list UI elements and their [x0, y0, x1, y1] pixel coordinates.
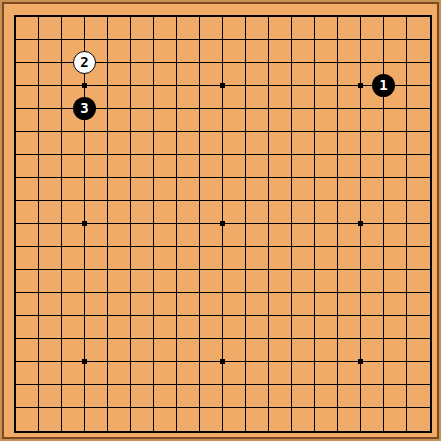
- grid-cell: [223, 178, 246, 201]
- grid-cell: [200, 385, 223, 408]
- grid-cell: [16, 178, 39, 201]
- grid-cell: [177, 408, 200, 431]
- grid-cell: [338, 155, 361, 178]
- star-point: [82, 221, 87, 226]
- grid-cell: [131, 132, 154, 155]
- grid-cell: [338, 316, 361, 339]
- grid-cell: [62, 385, 85, 408]
- grid-cell: [269, 362, 292, 385]
- grid-cell: [39, 408, 62, 431]
- grid-cell: [292, 224, 315, 247]
- grid-cell: [246, 63, 269, 86]
- grid-cell: [338, 362, 361, 385]
- stone-black-1: 1: [372, 74, 395, 97]
- grid-cell: [131, 201, 154, 224]
- grid-cell: [154, 201, 177, 224]
- grid-cell: [269, 316, 292, 339]
- grid-cell: [39, 316, 62, 339]
- grid-cell: [39, 40, 62, 63]
- grid-cell: [361, 17, 384, 40]
- grid-cell: [62, 247, 85, 270]
- grid-cell: [16, 408, 39, 431]
- grid-cell: [16, 316, 39, 339]
- grid-cell: [200, 316, 223, 339]
- grid-cell: [177, 40, 200, 63]
- star-point: [220, 83, 225, 88]
- grid-cell: [108, 247, 131, 270]
- star-point: [358, 221, 363, 226]
- grid-cell: [407, 17, 430, 40]
- grid-cell: [16, 270, 39, 293]
- grid-cell: [108, 109, 131, 132]
- grid-cell: [223, 109, 246, 132]
- grid-cell: [62, 178, 85, 201]
- grid-cell: [361, 293, 384, 316]
- grid-cell: [315, 270, 338, 293]
- grid-cell: [338, 109, 361, 132]
- grid-cell: [246, 316, 269, 339]
- grid-cell: [361, 316, 384, 339]
- grid-cell: [292, 178, 315, 201]
- grid-cell: [384, 339, 407, 362]
- grid-cell: [16, 155, 39, 178]
- grid-cell: [246, 132, 269, 155]
- grid-cell: [407, 178, 430, 201]
- grid-cell: [39, 86, 62, 109]
- grid-cell: [384, 362, 407, 385]
- grid-cell: [407, 63, 430, 86]
- grid-cell: [269, 385, 292, 408]
- grid-cell: [154, 247, 177, 270]
- grid-cell: [338, 178, 361, 201]
- grid-cell: [154, 63, 177, 86]
- grid-cell: [338, 247, 361, 270]
- grid-cell: [361, 155, 384, 178]
- grid-cell: [16, 362, 39, 385]
- grid-cell: [16, 201, 39, 224]
- grid-cell: [16, 132, 39, 155]
- grid-cell: [62, 224, 85, 247]
- grid-cell: [131, 247, 154, 270]
- star-point: [82, 359, 87, 364]
- grid-cell: [407, 362, 430, 385]
- grid-cell: [223, 339, 246, 362]
- grid-cell: [177, 132, 200, 155]
- grid-cell: [361, 270, 384, 293]
- grid-cell: [131, 224, 154, 247]
- grid-cell: [246, 270, 269, 293]
- grid-cell: [131, 17, 154, 40]
- grid-cell: [246, 247, 269, 270]
- grid-cell: [177, 316, 200, 339]
- grid-cell: [384, 293, 407, 316]
- grid-cell: [246, 40, 269, 63]
- grid-cell: [407, 155, 430, 178]
- grid-cell: [39, 132, 62, 155]
- grid-cell: [131, 385, 154, 408]
- grid-cell: [85, 362, 108, 385]
- grid-cell: [200, 132, 223, 155]
- grid-cell: [85, 155, 108, 178]
- grid-cell: [407, 109, 430, 132]
- grid-cell: [384, 132, 407, 155]
- grid-cell: [108, 63, 131, 86]
- grid-cell: [85, 270, 108, 293]
- grid-cell: [223, 316, 246, 339]
- grid-cell: [223, 40, 246, 63]
- grid-cell: [39, 270, 62, 293]
- grid-cell: [269, 132, 292, 155]
- grid-cell: [269, 63, 292, 86]
- grid-cell: [338, 86, 361, 109]
- grid-cell: [39, 201, 62, 224]
- grid-cell: [131, 63, 154, 86]
- stone-white-2: 2: [73, 51, 96, 74]
- grid-cell: [177, 339, 200, 362]
- grid-cell: [62, 408, 85, 431]
- grid-cell: [223, 270, 246, 293]
- grid-cell: [177, 109, 200, 132]
- grid-cell: [246, 293, 269, 316]
- grid-cell: [39, 178, 62, 201]
- grid-cell: [269, 155, 292, 178]
- grid-cell: [384, 316, 407, 339]
- grid-cell: [131, 339, 154, 362]
- grid-cell: [315, 316, 338, 339]
- grid-cell: [246, 224, 269, 247]
- grid-cell: [177, 293, 200, 316]
- grid-cell: [361, 247, 384, 270]
- star-point: [220, 359, 225, 364]
- grid-cell: [177, 155, 200, 178]
- grid-cell: [154, 293, 177, 316]
- grid-cell: [384, 270, 407, 293]
- grid-cell: [315, 408, 338, 431]
- grid-cell: [246, 201, 269, 224]
- grid-cell: [85, 224, 108, 247]
- grid-cell: [269, 17, 292, 40]
- grid-cell: [384, 201, 407, 224]
- grid-cell: [269, 247, 292, 270]
- grid-cell: [269, 40, 292, 63]
- grid-cell: [108, 270, 131, 293]
- grid-cell: [315, 362, 338, 385]
- grid-cell: [62, 362, 85, 385]
- grid-cell: [223, 385, 246, 408]
- grid-cell: [407, 408, 430, 431]
- grid-cell: [292, 201, 315, 224]
- grid-cell: [131, 408, 154, 431]
- grid-cell: [246, 385, 269, 408]
- star-point: [358, 83, 363, 88]
- grid-cell: [131, 362, 154, 385]
- grid-cell: [338, 132, 361, 155]
- grid-cell: [131, 270, 154, 293]
- grid-cell: [315, 132, 338, 155]
- grid-cell: [315, 155, 338, 178]
- grid-cell: [407, 201, 430, 224]
- grid-cell: [292, 86, 315, 109]
- grid-cell: [154, 224, 177, 247]
- grid-cell: [131, 109, 154, 132]
- grid-cell: [292, 132, 315, 155]
- grid-cell: [384, 40, 407, 63]
- grid-cell: [292, 385, 315, 408]
- grid-cell: [407, 40, 430, 63]
- grid-cell: [407, 86, 430, 109]
- grid-cell: [338, 270, 361, 293]
- grid-cell: [16, 247, 39, 270]
- grid-cell: [315, 178, 338, 201]
- grid-cell: [292, 408, 315, 431]
- grid-cell: [246, 362, 269, 385]
- grid-cell: [315, 109, 338, 132]
- grid-cell: [131, 86, 154, 109]
- grid-cell: [200, 155, 223, 178]
- grid-cell: [177, 201, 200, 224]
- grid-cell: [39, 293, 62, 316]
- grid-cell: [246, 178, 269, 201]
- grid-cell: [269, 178, 292, 201]
- grid-cell: [338, 385, 361, 408]
- grid-cell: [361, 224, 384, 247]
- grid-cell: [200, 109, 223, 132]
- grid-cell: [292, 63, 315, 86]
- grid-cell: [223, 408, 246, 431]
- grid-cell: [384, 109, 407, 132]
- grid-cell: [16, 63, 39, 86]
- grid-cell: [85, 293, 108, 316]
- grid-cell: [131, 40, 154, 63]
- grid-cell: [315, 339, 338, 362]
- grid-cell: [154, 178, 177, 201]
- grid-cell: [131, 293, 154, 316]
- grid-cell: [154, 362, 177, 385]
- grid-cell: [39, 224, 62, 247]
- grid-cell: [85, 201, 108, 224]
- grid-cell: [223, 247, 246, 270]
- grid-cell: [246, 339, 269, 362]
- grid-cell: [269, 86, 292, 109]
- grid-cell: [177, 270, 200, 293]
- grid-cell: [407, 224, 430, 247]
- grid-cell: [384, 17, 407, 40]
- grid-cell: [200, 362, 223, 385]
- grid-cell: [223, 224, 246, 247]
- grid-cell: [177, 385, 200, 408]
- grid-cell: [407, 270, 430, 293]
- grid-cell: [85, 339, 108, 362]
- star-point: [220, 221, 225, 226]
- grid-cell: [338, 293, 361, 316]
- grid-cell: [407, 339, 430, 362]
- grid-cell: [62, 270, 85, 293]
- grid-cell: [292, 40, 315, 63]
- grid-cell: [269, 339, 292, 362]
- grid-cell: [292, 339, 315, 362]
- grid-cell: [154, 40, 177, 63]
- grid-cell: [407, 247, 430, 270]
- grid-cell: [223, 132, 246, 155]
- grid-cell: [315, 17, 338, 40]
- grid-cell: [407, 293, 430, 316]
- grid-cell: [16, 17, 39, 40]
- grid-cell: [223, 86, 246, 109]
- move-number: 2: [80, 55, 88, 69]
- grid-cell: [177, 362, 200, 385]
- grid-cell: [269, 408, 292, 431]
- grid-cell: [154, 385, 177, 408]
- go-board: 1 2 3: [0, 0, 441, 441]
- grid-cell: [177, 224, 200, 247]
- stone-black-3: 3: [73, 97, 96, 120]
- grid-cell: [108, 316, 131, 339]
- grid-cell: [108, 132, 131, 155]
- grid-cell: [269, 201, 292, 224]
- grid-cell: [384, 178, 407, 201]
- grid-cell: [292, 293, 315, 316]
- grid-cell: [108, 17, 131, 40]
- grid-cell: [384, 155, 407, 178]
- grid-cell: [223, 201, 246, 224]
- grid-cell: [407, 132, 430, 155]
- grid-cell: [16, 109, 39, 132]
- grid-cell: [154, 17, 177, 40]
- grid-cell: [177, 17, 200, 40]
- grid-cell: [108, 362, 131, 385]
- grid-cell: [292, 247, 315, 270]
- grid-cell: [108, 339, 131, 362]
- grid-cell: [269, 270, 292, 293]
- grid-cell: [269, 293, 292, 316]
- grid-cell: [246, 408, 269, 431]
- grid-cell: [62, 132, 85, 155]
- grid-cell: [154, 316, 177, 339]
- grid-cell: [16, 40, 39, 63]
- grid-cell: [361, 362, 384, 385]
- grid-cell: [269, 109, 292, 132]
- grid-cell: [16, 293, 39, 316]
- grid-cell: [154, 155, 177, 178]
- grid-cell: [39, 385, 62, 408]
- grid-cell: [384, 247, 407, 270]
- move-number: 1: [379, 78, 387, 92]
- grid-cell: [108, 385, 131, 408]
- grid-cell: [154, 339, 177, 362]
- grid-cell: [315, 293, 338, 316]
- grid-cell: [292, 109, 315, 132]
- grid-cell: [315, 40, 338, 63]
- grid-cell: [16, 224, 39, 247]
- grid-cell: [384, 408, 407, 431]
- grid-cell: [154, 109, 177, 132]
- grid-cell: [246, 155, 269, 178]
- grid-cell: [16, 339, 39, 362]
- grid-cell: [154, 270, 177, 293]
- grid-cell: [131, 316, 154, 339]
- grid-cell: [384, 224, 407, 247]
- grid-cell: [361, 339, 384, 362]
- grid-cell: [108, 224, 131, 247]
- grid-cell: [200, 86, 223, 109]
- grid-cell: [177, 247, 200, 270]
- grid-cell: [62, 293, 85, 316]
- grid-cell: [108, 178, 131, 201]
- grid-cell: [177, 63, 200, 86]
- grid-cell: [292, 316, 315, 339]
- grid-cell: [223, 362, 246, 385]
- grid-cell: [200, 293, 223, 316]
- grid-cell: [246, 109, 269, 132]
- grid-cell: [154, 86, 177, 109]
- grid-cell: [338, 17, 361, 40]
- grid-cell: [361, 201, 384, 224]
- grid-cell: [200, 408, 223, 431]
- grid-cell: [39, 247, 62, 270]
- grid-cell: [39, 362, 62, 385]
- grid-cell: [108, 40, 131, 63]
- grid-cell: [85, 385, 108, 408]
- grid-cell: [223, 63, 246, 86]
- grid-cell: [361, 178, 384, 201]
- grid-cell: [200, 178, 223, 201]
- grid-cell: [315, 63, 338, 86]
- grid-cell: [361, 132, 384, 155]
- grid-cell: [108, 155, 131, 178]
- grid-cell: [154, 408, 177, 431]
- grid-cell: [108, 201, 131, 224]
- grid-cell: [315, 86, 338, 109]
- grid-cell: [85, 247, 108, 270]
- grid-cell: [16, 86, 39, 109]
- grid-cell: [223, 293, 246, 316]
- grid-cell: [292, 270, 315, 293]
- grid-cell: [200, 17, 223, 40]
- star-point: [82, 83, 87, 88]
- grid-cell: [39, 339, 62, 362]
- grid-cell: [131, 155, 154, 178]
- grid-cell: [39, 63, 62, 86]
- grid-cell: [39, 155, 62, 178]
- grid-cell: [108, 408, 131, 431]
- grid-cell: [315, 224, 338, 247]
- grid-cell: [177, 86, 200, 109]
- grid-cell: [85, 408, 108, 431]
- grid-cell: [200, 40, 223, 63]
- grid-cell: [361, 40, 384, 63]
- grid-cell: [361, 385, 384, 408]
- grid-cell: [108, 86, 131, 109]
- grid-cell: [338, 224, 361, 247]
- grid-cell: [292, 155, 315, 178]
- grid-cell: [407, 385, 430, 408]
- grid-cell: [200, 247, 223, 270]
- grid-cell: [361, 109, 384, 132]
- grid-cell: [85, 17, 108, 40]
- grid-cell: [39, 109, 62, 132]
- grid-cell: [85, 316, 108, 339]
- grid-cell: [85, 178, 108, 201]
- grid-cell: [85, 132, 108, 155]
- grid-cell: [407, 316, 430, 339]
- star-point: [358, 359, 363, 364]
- grid-cell: [315, 385, 338, 408]
- grid-cell: [62, 17, 85, 40]
- grid-cell: [223, 17, 246, 40]
- grid-cell: [338, 40, 361, 63]
- grid-cell: [62, 155, 85, 178]
- grid-cell: [384, 385, 407, 408]
